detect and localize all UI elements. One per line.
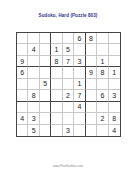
printable-page: Sudoku, Hard (Puzzle 803) 68415987316981… [0, 0, 136, 176]
cell-r6c7 [86, 90, 97, 101]
cell-r7c6: 4 [74, 102, 85, 113]
cell-r6c2: 8 [28, 90, 39, 101]
cell-r1c8 [97, 33, 108, 44]
cell-r1c5 [63, 33, 74, 44]
cell-r8c1: 4 [17, 113, 28, 124]
cell-r8c9: 8 [109, 113, 120, 124]
cell-r4c6 [74, 67, 85, 78]
cell-r5c1 [17, 79, 28, 90]
cell-r8c8: 2 [97, 113, 108, 124]
cell-r1c4 [51, 33, 62, 44]
cell-r9c7 [86, 125, 97, 136]
cell-r9c5: 3 [63, 125, 74, 136]
cell-r5c9 [109, 79, 120, 90]
cell-r9c4 [51, 125, 62, 136]
cell-r7c9 [109, 102, 120, 113]
cell-r8c5 [63, 113, 74, 124]
cell-r2c9 [109, 44, 120, 55]
cell-r4c8: 8 [97, 67, 108, 78]
cell-r9c3 [40, 125, 51, 136]
cell-r4c5 [63, 67, 74, 78]
cell-r4c9: 1 [109, 67, 120, 78]
cell-r2c6 [74, 44, 85, 55]
cell-r6c5: 2 [63, 90, 74, 101]
cell-r2c8 [97, 44, 108, 55]
cell-r2c7 [86, 44, 97, 55]
cell-r7c3 [40, 102, 51, 113]
cell-r6c8: 6 [97, 90, 108, 101]
cell-r7c5 [63, 102, 74, 113]
cell-r5c5 [63, 79, 74, 90]
cell-r5c7 [86, 79, 97, 90]
cell-r4c2 [28, 67, 39, 78]
cell-r8c4 [51, 113, 62, 124]
cell-r7c8 [97, 102, 108, 113]
cell-r1c6: 6 [74, 33, 85, 44]
cell-r7c4 [51, 102, 62, 113]
cell-r2c4: 1 [51, 44, 62, 55]
cell-r3c6: 3 [74, 56, 85, 67]
cell-r1c1 [17, 33, 28, 44]
cell-r2c5: 5 [63, 44, 74, 55]
cell-r6c9: 3 [109, 90, 120, 101]
cell-r9c1 [17, 125, 28, 136]
cell-r9c6 [74, 125, 85, 136]
cell-r6c3 [40, 90, 51, 101]
cell-r3c2 [28, 56, 39, 67]
cell-r9c9: 4 [109, 125, 120, 136]
cell-r7c2 [28, 102, 39, 113]
cell-r4c1: 6 [17, 67, 28, 78]
cell-r8c7 [86, 113, 97, 124]
cell-r3c7 [86, 56, 97, 67]
cell-r6c4 [51, 90, 62, 101]
cell-r5c2 [28, 79, 39, 90]
cell-r8c2: 3 [28, 113, 39, 124]
cell-r8c6 [74, 113, 85, 124]
cell-r8c3 [40, 113, 51, 124]
cell-r1c2 [28, 33, 39, 44]
cell-r1c3 [40, 33, 51, 44]
footer-url: www.PrintSudoku.com [0, 164, 136, 168]
cell-r5c3: 5 [40, 79, 51, 90]
cell-r4c7: 9 [86, 67, 97, 78]
cell-r3c3 [40, 56, 51, 67]
cell-r6c6: 7 [74, 90, 85, 101]
sudoku-board: 68415987316981518276344328534 [16, 32, 121, 137]
cell-r5c4 [51, 79, 62, 90]
cell-r3c8: 1 [97, 56, 108, 67]
cell-r3c4: 8 [51, 56, 62, 67]
cell-r5c6: 1 [74, 79, 85, 90]
cell-r3c9 [109, 56, 120, 67]
cell-r7c7 [86, 102, 97, 113]
cell-r5c8 [97, 79, 108, 90]
cell-r3c1: 9 [17, 56, 28, 67]
cell-r9c8 [97, 125, 108, 136]
cell-r7c1 [17, 102, 28, 113]
cell-r6c1 [17, 90, 28, 101]
cell-r9c2: 5 [28, 125, 39, 136]
cell-r3c5: 7 [63, 56, 74, 67]
cell-r4c4 [51, 67, 62, 78]
cell-r2c2: 4 [28, 44, 39, 55]
cell-r2c3 [40, 44, 51, 55]
cell-r1c7: 8 [86, 33, 97, 44]
puzzle-title: Sudoku, Hard (Puzzle 803) [0, 13, 136, 18]
cell-r2c1 [17, 44, 28, 55]
cell-r4c3 [40, 67, 51, 78]
cell-r1c9 [109, 33, 120, 44]
